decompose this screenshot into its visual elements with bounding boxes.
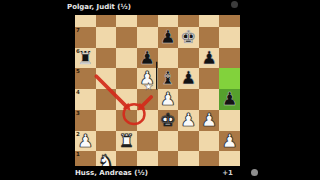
square-c3[interactable] — [116, 110, 137, 131]
square-f7[interactable]: ♚ — [178, 27, 199, 48]
square-e2[interactable] — [158, 131, 179, 152]
square-e7[interactable]: ♟ — [158, 27, 179, 48]
black-rook-a6: ♜ — [75, 48, 96, 69]
white-pawn-g3: ♟ — [199, 110, 220, 131]
square-b4[interactable] — [96, 89, 117, 110]
square-b6[interactable] — [96, 48, 117, 69]
square-f4[interactable] — [178, 89, 199, 110]
black-pawn-e7: ♟ — [158, 27, 179, 48]
square-h5[interactable] — [219, 68, 240, 89]
square-e4[interactable]: ♟ — [158, 89, 179, 110]
square-f6[interactable] — [178, 48, 199, 69]
square-h6[interactable] — [219, 48, 240, 69]
square-g7[interactable] — [199, 27, 220, 48]
rank-label-5: 5 — [76, 68, 80, 74]
white-pawn-a2: ♟ — [75, 131, 96, 152]
white-pawn-d5: ♟ — [137, 68, 158, 89]
white-pawn-e4: ♟ — [158, 89, 179, 110]
square-d2[interactable] — [137, 131, 158, 152]
square-e6[interactable] — [158, 48, 179, 69]
square-a2[interactable]: 2♟ — [75, 131, 96, 152]
square-a5[interactable]: 5 — [75, 68, 96, 89]
rank-label-7: 7 — [76, 27, 80, 33]
top-player-name: Polgar, Judit (½) — [67, 0, 131, 15]
square-c2[interactable]: ♜ — [116, 131, 137, 152]
white-pawn-f3: ♟ — [178, 110, 199, 131]
square-f2[interactable] — [178, 131, 199, 152]
white-pawn-h2: ♟ — [219, 131, 240, 152]
square-g6[interactable]: ♟ — [199, 48, 220, 69]
black-king-f7: ♚ — [178, 27, 199, 48]
square-f3[interactable]: ♟ — [178, 110, 199, 131]
rank-label-4: 4 — [76, 89, 80, 95]
rank-label-6: 6 — [76, 48, 80, 54]
square-g2[interactable] — [199, 131, 220, 152]
chess-board: 87♟♚6♜♟♟5♟♝♟4♟♟3♚♟♟2♟♜♟1ab♞cdefgh — [75, 6, 240, 172]
square-g4[interactable] — [199, 89, 220, 110]
square-d7[interactable] — [137, 27, 158, 48]
square-d6[interactable]: ♟ — [137, 48, 158, 69]
top-indicator-dot-icon — [231, 1, 238, 8]
square-h4[interactable]: ♟ — [219, 89, 240, 110]
square-a3[interactable]: 3 — [75, 110, 96, 131]
square-h2[interactable]: ♟ — [219, 131, 240, 152]
square-d3[interactable] — [137, 110, 158, 131]
square-g5[interactable] — [199, 68, 220, 89]
black-pawn-f5: ♟ — [178, 68, 199, 89]
white-rook-c2: ♜ — [116, 131, 137, 152]
square-c4[interactable] — [116, 89, 137, 110]
bottom-player-bar: Huss, Andreas (½) +1 — [0, 166, 320, 180]
square-a4[interactable]: 4 — [75, 89, 96, 110]
top-player-bar: Polgar, Judit (½) — [0, 0, 320, 15]
square-d5[interactable]: ♟ — [137, 68, 158, 89]
rank-label-1: 1 — [76, 151, 80, 157]
square-c6[interactable] — [116, 48, 137, 69]
square-e3[interactable]: ♚ — [158, 110, 179, 131]
chess-app-window: 87♟♚6♜♟♟5♟♝♟4♟♟3♚♟♟2♟♜♟1ab♞cdefgh ★ Polg… — [0, 0, 320, 180]
black-bishop-e5: ♝ — [158, 68, 179, 89]
square-e5[interactable]: ♝ — [158, 68, 179, 89]
square-g3[interactable]: ♟ — [199, 110, 220, 131]
square-h3[interactable] — [219, 110, 240, 131]
bottom-player-name: Huss, Andreas (½) — [75, 166, 148, 180]
evaluation-score: +1 — [222, 166, 233, 180]
black-pawn-g6: ♟ — [199, 48, 220, 69]
square-c7[interactable] — [116, 27, 137, 48]
rank-label-2: 2 — [76, 131, 80, 137]
black-pawn-d6: ♟ — [137, 48, 158, 69]
rank-label-3: 3 — [76, 110, 80, 116]
square-b2[interactable] — [96, 131, 117, 152]
square-b7[interactable] — [96, 27, 117, 48]
square-b5[interactable] — [96, 68, 117, 89]
black-pawn-h4: ♟ — [219, 89, 240, 110]
square-a6[interactable]: 6♜ — [75, 48, 96, 69]
square-h7[interactable] — [219, 27, 240, 48]
bottom-indicator-dot-icon — [251, 169, 258, 176]
square-d4[interactable] — [137, 89, 158, 110]
white-king-e3: ♚ — [158, 110, 179, 131]
square-f5[interactable]: ♟ — [178, 68, 199, 89]
square-c5[interactable] — [116, 68, 137, 89]
square-a7[interactable]: 7 — [75, 27, 96, 48]
square-b3[interactable] — [96, 110, 117, 131]
